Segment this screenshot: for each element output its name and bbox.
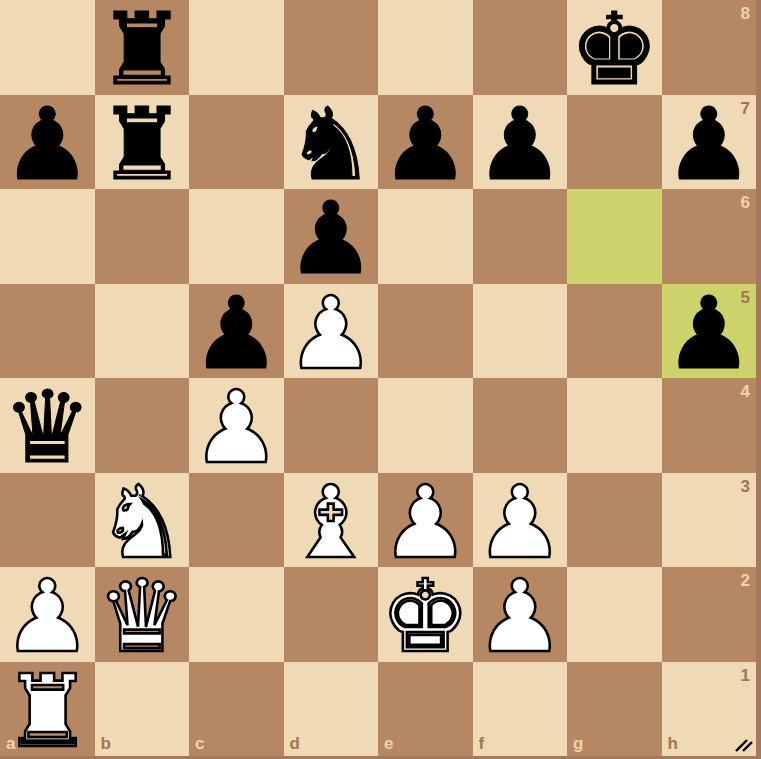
piece-black-pawn-f7[interactable]: ♟ (475, 95, 565, 195)
square-g6[interactable] (567, 189, 662, 284)
square-d3[interactable]: ♝ (284, 473, 379, 568)
square-d5[interactable]: ♟ (284, 284, 379, 379)
piece-white-king-e2[interactable]: ♚ (380, 567, 470, 667)
square-h7[interactable]: ♟7 (662, 95, 757, 190)
file-label-b: b (101, 735, 111, 752)
file-label-g: g (573, 735, 583, 752)
rank-label-1: 1 (741, 667, 750, 684)
square-g1[interactable]: g (567, 662, 662, 757)
square-g4[interactable] (567, 378, 662, 473)
square-g2[interactable] (567, 567, 662, 662)
square-b5[interactable] (95, 284, 190, 379)
square-e3[interactable]: ♟ (378, 473, 473, 568)
square-e7[interactable]: ♟ (378, 95, 473, 190)
file-label-f: f (479, 735, 485, 752)
square-d4[interactable] (284, 378, 379, 473)
square-e1[interactable]: e (378, 662, 473, 757)
square-a2[interactable]: ♟ (0, 567, 95, 662)
square-f7[interactable]: ♟ (473, 95, 568, 190)
square-f4[interactable] (473, 378, 568, 473)
square-d7[interactable]: ♞ (284, 95, 379, 190)
square-a5[interactable] (0, 284, 95, 379)
square-a6[interactable] (0, 189, 95, 284)
square-b8[interactable]: ♜ (95, 0, 190, 95)
piece-black-pawn-a7[interactable]: ♟ (2, 95, 92, 195)
file-label-e: e (384, 735, 393, 752)
square-e6[interactable] (378, 189, 473, 284)
square-d1[interactable]: d (284, 662, 379, 757)
square-b6[interactable] (95, 189, 190, 284)
file-label-c: c (195, 735, 204, 752)
square-c8[interactable] (189, 0, 284, 95)
square-e5[interactable] (378, 284, 473, 379)
file-label-d: d (290, 735, 300, 752)
piece-white-queen-b2[interactable]: ♛ (97, 567, 187, 667)
piece-white-pawn-d5[interactable]: ♟ (286, 284, 376, 384)
square-a1[interactable]: ♜a (0, 662, 95, 757)
piece-white-pawn-c4[interactable]: ♟ (191, 378, 281, 478)
square-b7[interactable]: ♜ (95, 95, 190, 190)
square-f3[interactable]: ♟ (473, 473, 568, 568)
piece-white-bishop-d3[interactable]: ♝ (286, 473, 376, 573)
rank-label-8: 8 (741, 5, 750, 22)
square-b4[interactable] (95, 378, 190, 473)
square-h5[interactable]: ♟5 (662, 284, 757, 379)
square-c5[interactable]: ♟ (189, 284, 284, 379)
piece-white-rook-a1[interactable]: ♜ (2, 662, 92, 759)
square-e8[interactable] (378, 0, 473, 95)
square-b3[interactable]: ♞ (95, 473, 190, 568)
piece-black-queen-a4[interactable]: ♛ (2, 378, 92, 478)
square-a4[interactable]: ♛ (0, 378, 95, 473)
square-b1[interactable]: b (95, 662, 190, 757)
piece-white-pawn-f2[interactable]: ♟ (475, 567, 565, 667)
square-c3[interactable] (189, 473, 284, 568)
square-d8[interactable] (284, 0, 379, 95)
square-e4[interactable] (378, 378, 473, 473)
square-h8[interactable]: 8 (662, 0, 757, 95)
square-d2[interactable] (284, 567, 379, 662)
square-b2[interactable]: ♛ (95, 567, 190, 662)
square-e2[interactable]: ♚ (378, 567, 473, 662)
square-g8[interactable]: ♚ (567, 0, 662, 95)
rank-label-2: 2 (741, 572, 750, 589)
square-h2[interactable]: 2 (662, 567, 757, 662)
square-c4[interactable]: ♟ (189, 378, 284, 473)
square-c1[interactable]: c (189, 662, 284, 757)
square-c6[interactable] (189, 189, 284, 284)
file-label-h: h (668, 735, 678, 752)
square-h6[interactable]: 6 (662, 189, 757, 284)
piece-black-pawn-h5[interactable]: ♟ (664, 284, 754, 384)
square-h4[interactable]: 4 (662, 378, 757, 473)
rank-label-3: 3 (741, 478, 750, 495)
rank-label-6: 6 (741, 194, 750, 211)
square-h3[interactable]: 3 (662, 473, 757, 568)
piece-black-rook-b7[interactable]: ♜ (97, 95, 187, 195)
square-c7[interactable] (189, 95, 284, 190)
square-g5[interactable] (567, 284, 662, 379)
piece-black-pawn-e7[interactable]: ♟ (380, 95, 470, 195)
square-f8[interactable] (473, 0, 568, 95)
square-a3[interactable] (0, 473, 95, 568)
square-c2[interactable] (189, 567, 284, 662)
square-d6[interactable]: ♟ (284, 189, 379, 284)
square-f2[interactable]: ♟ (473, 567, 568, 662)
square-g3[interactable] (567, 473, 662, 568)
rank-label-4: 4 (741, 383, 750, 400)
square-f1[interactable]: f (473, 662, 568, 757)
square-a7[interactable]: ♟ (0, 95, 95, 190)
board-resize-handle-icon[interactable] (734, 733, 754, 753)
piece-black-pawn-h7[interactable]: ♟ (664, 95, 754, 195)
square-a8[interactable] (0, 0, 95, 95)
square-f6[interactable] (473, 189, 568, 284)
piece-black-king-g8[interactable]: ♚ (569, 0, 659, 100)
chess-board: ♜♚8♟♜♞♟♟♟7♟6♟♟♟5♛♟4♞♝♟♟3♟♛♚♟2♜abcdefg1h (0, 0, 756, 756)
square-f5[interactable] (473, 284, 568, 379)
square-g7[interactable] (567, 95, 662, 190)
